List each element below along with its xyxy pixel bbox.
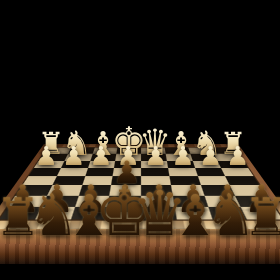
piece-bR: ♜	[230, 192, 280, 244]
chess-set-photo: ♜♞♝♚♛♝♞♜♟♟♟♟♟♟♟♟♟♟♟♟♟♟♟♟♟♜♞♝♚♛♝♞♜	[0, 0, 280, 280]
pieces-layer: ♜♞♝♚♛♝♞♜♟♟♟♟♟♟♟♟♟♟♟♟♟♟♟♟♟♜♞♝♚♛♝♞♜	[0, 0, 280, 280]
piece-wP: ♟	[219, 143, 256, 169]
